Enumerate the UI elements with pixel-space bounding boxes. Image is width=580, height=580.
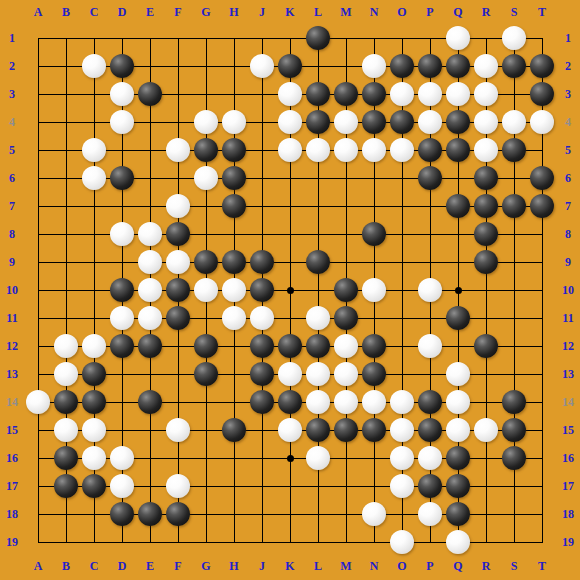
intersection-H7[interactable] bbox=[220, 192, 248, 220]
intersection-T18[interactable] bbox=[528, 500, 556, 528]
intersection-O13[interactable] bbox=[388, 360, 416, 388]
intersection-Q4[interactable] bbox=[444, 108, 472, 136]
intersection-D11[interactable] bbox=[108, 304, 136, 332]
intersection-A14[interactable] bbox=[24, 388, 52, 416]
intersection-B8[interactable] bbox=[52, 220, 80, 248]
intersection-J17[interactable] bbox=[248, 472, 276, 500]
intersection-A13[interactable] bbox=[24, 360, 52, 388]
intersection-Q3[interactable] bbox=[444, 80, 472, 108]
intersection-T13[interactable] bbox=[528, 360, 556, 388]
intersection-E2[interactable] bbox=[136, 52, 164, 80]
intersection-O3[interactable] bbox=[388, 80, 416, 108]
intersection-S9[interactable] bbox=[500, 248, 528, 276]
intersection-N11[interactable] bbox=[360, 304, 388, 332]
intersection-A17[interactable] bbox=[24, 472, 52, 500]
intersection-H10[interactable] bbox=[220, 276, 248, 304]
intersection-C19[interactable] bbox=[80, 528, 108, 556]
intersection-P18[interactable] bbox=[416, 500, 444, 528]
intersection-F3[interactable] bbox=[164, 80, 192, 108]
intersection-E11[interactable] bbox=[136, 304, 164, 332]
intersection-J13[interactable] bbox=[248, 360, 276, 388]
intersection-Q11[interactable] bbox=[444, 304, 472, 332]
intersection-C10[interactable] bbox=[80, 276, 108, 304]
intersection-C11[interactable] bbox=[80, 304, 108, 332]
intersection-H2[interactable] bbox=[220, 52, 248, 80]
intersection-F11[interactable] bbox=[164, 304, 192, 332]
intersection-Q1[interactable] bbox=[444, 24, 472, 52]
intersection-G18[interactable] bbox=[192, 500, 220, 528]
intersection-C4[interactable] bbox=[80, 108, 108, 136]
intersection-Q6[interactable] bbox=[444, 164, 472, 192]
intersection-J16[interactable] bbox=[248, 444, 276, 472]
intersection-A18[interactable] bbox=[24, 500, 52, 528]
intersection-R17[interactable] bbox=[472, 472, 500, 500]
intersection-M19[interactable] bbox=[332, 528, 360, 556]
intersection-T3[interactable] bbox=[528, 80, 556, 108]
intersection-P19[interactable] bbox=[416, 528, 444, 556]
intersection-J15[interactable] bbox=[248, 416, 276, 444]
intersection-C6[interactable] bbox=[80, 164, 108, 192]
intersection-D5[interactable] bbox=[108, 136, 136, 164]
intersection-D3[interactable] bbox=[108, 80, 136, 108]
intersection-F9[interactable] bbox=[164, 248, 192, 276]
intersection-K10[interactable] bbox=[276, 276, 304, 304]
intersection-C2[interactable] bbox=[80, 52, 108, 80]
intersection-C12[interactable] bbox=[80, 332, 108, 360]
intersection-S10[interactable] bbox=[500, 276, 528, 304]
intersection-O12[interactable] bbox=[388, 332, 416, 360]
intersection-R5[interactable] bbox=[472, 136, 500, 164]
intersection-J8[interactable] bbox=[248, 220, 276, 248]
intersection-M3[interactable] bbox=[332, 80, 360, 108]
intersection-E10[interactable] bbox=[136, 276, 164, 304]
intersection-N9[interactable] bbox=[360, 248, 388, 276]
intersection-A8[interactable] bbox=[24, 220, 52, 248]
intersection-L5[interactable] bbox=[304, 136, 332, 164]
intersection-R18[interactable] bbox=[472, 500, 500, 528]
intersection-Q9[interactable] bbox=[444, 248, 472, 276]
intersection-F12[interactable] bbox=[164, 332, 192, 360]
intersection-N4[interactable] bbox=[360, 108, 388, 136]
intersection-F1[interactable] bbox=[164, 24, 192, 52]
intersection-H15[interactable] bbox=[220, 416, 248, 444]
intersection-C15[interactable] bbox=[80, 416, 108, 444]
intersection-A6[interactable] bbox=[24, 164, 52, 192]
intersection-L9[interactable] bbox=[304, 248, 332, 276]
intersection-L2[interactable] bbox=[304, 52, 332, 80]
intersection-K7[interactable] bbox=[276, 192, 304, 220]
intersection-D1[interactable] bbox=[108, 24, 136, 52]
intersection-N16[interactable] bbox=[360, 444, 388, 472]
intersection-P9[interactable] bbox=[416, 248, 444, 276]
intersection-S16[interactable] bbox=[500, 444, 528, 472]
intersection-P14[interactable] bbox=[416, 388, 444, 416]
intersection-B15[interactable] bbox=[52, 416, 80, 444]
intersection-E13[interactable] bbox=[136, 360, 164, 388]
intersection-M11[interactable] bbox=[332, 304, 360, 332]
intersection-S2[interactable] bbox=[500, 52, 528, 80]
intersection-D12[interactable] bbox=[108, 332, 136, 360]
intersection-S18[interactable] bbox=[500, 500, 528, 528]
intersection-R9[interactable] bbox=[472, 248, 500, 276]
intersection-K19[interactable] bbox=[276, 528, 304, 556]
intersection-H8[interactable] bbox=[220, 220, 248, 248]
intersection-F18[interactable] bbox=[164, 500, 192, 528]
intersection-N15[interactable] bbox=[360, 416, 388, 444]
intersection-C18[interactable] bbox=[80, 500, 108, 528]
intersection-K13[interactable] bbox=[276, 360, 304, 388]
intersection-G8[interactable] bbox=[192, 220, 220, 248]
intersection-K6[interactable] bbox=[276, 164, 304, 192]
intersection-O8[interactable] bbox=[388, 220, 416, 248]
intersection-P15[interactable] bbox=[416, 416, 444, 444]
intersection-P17[interactable] bbox=[416, 472, 444, 500]
intersection-M13[interactable] bbox=[332, 360, 360, 388]
intersection-R10[interactable] bbox=[472, 276, 500, 304]
intersection-B9[interactable] bbox=[52, 248, 80, 276]
intersection-F15[interactable] bbox=[164, 416, 192, 444]
intersection-J12[interactable] bbox=[248, 332, 276, 360]
intersection-O6[interactable] bbox=[388, 164, 416, 192]
intersection-J9[interactable] bbox=[248, 248, 276, 276]
intersection-P12[interactable] bbox=[416, 332, 444, 360]
intersection-T9[interactable] bbox=[528, 248, 556, 276]
intersection-L7[interactable] bbox=[304, 192, 332, 220]
intersection-M1[interactable] bbox=[332, 24, 360, 52]
intersection-S7[interactable] bbox=[500, 192, 528, 220]
intersection-B19[interactable] bbox=[52, 528, 80, 556]
intersection-Q15[interactable] bbox=[444, 416, 472, 444]
intersection-R14[interactable] bbox=[472, 388, 500, 416]
intersection-T12[interactable] bbox=[528, 332, 556, 360]
intersection-N17[interactable] bbox=[360, 472, 388, 500]
intersection-F2[interactable] bbox=[164, 52, 192, 80]
intersection-P3[interactable] bbox=[416, 80, 444, 108]
intersection-N14[interactable] bbox=[360, 388, 388, 416]
intersection-L13[interactable] bbox=[304, 360, 332, 388]
intersection-R6[interactable] bbox=[472, 164, 500, 192]
intersection-A9[interactable] bbox=[24, 248, 52, 276]
intersection-S8[interactable] bbox=[500, 220, 528, 248]
intersection-K14[interactable] bbox=[276, 388, 304, 416]
intersection-M16[interactable] bbox=[332, 444, 360, 472]
intersection-G14[interactable] bbox=[192, 388, 220, 416]
intersection-P11[interactable] bbox=[416, 304, 444, 332]
intersection-G10[interactable] bbox=[192, 276, 220, 304]
intersection-H12[interactable] bbox=[220, 332, 248, 360]
intersection-B7[interactable] bbox=[52, 192, 80, 220]
intersection-G2[interactable] bbox=[192, 52, 220, 80]
intersection-B6[interactable] bbox=[52, 164, 80, 192]
intersection-T14[interactable] bbox=[528, 388, 556, 416]
intersection-J2[interactable] bbox=[248, 52, 276, 80]
intersection-P4[interactable] bbox=[416, 108, 444, 136]
intersection-H16[interactable] bbox=[220, 444, 248, 472]
intersection-H1[interactable] bbox=[220, 24, 248, 52]
intersection-T19[interactable] bbox=[528, 528, 556, 556]
intersection-T11[interactable] bbox=[528, 304, 556, 332]
intersection-M4[interactable] bbox=[332, 108, 360, 136]
intersection-S1[interactable] bbox=[500, 24, 528, 52]
intersection-C5[interactable] bbox=[80, 136, 108, 164]
intersection-T16[interactable] bbox=[528, 444, 556, 472]
intersection-N18[interactable] bbox=[360, 500, 388, 528]
intersection-F8[interactable] bbox=[164, 220, 192, 248]
intersection-E17[interactable] bbox=[136, 472, 164, 500]
intersection-M15[interactable] bbox=[332, 416, 360, 444]
intersection-P7[interactable] bbox=[416, 192, 444, 220]
intersection-C1[interactable] bbox=[80, 24, 108, 52]
intersection-L4[interactable] bbox=[304, 108, 332, 136]
intersection-D19[interactable] bbox=[108, 528, 136, 556]
intersection-F5[interactable] bbox=[164, 136, 192, 164]
intersection-T8[interactable] bbox=[528, 220, 556, 248]
intersection-O10[interactable] bbox=[388, 276, 416, 304]
intersection-J11[interactable] bbox=[248, 304, 276, 332]
intersection-L18[interactable] bbox=[304, 500, 332, 528]
intersection-H3[interactable] bbox=[220, 80, 248, 108]
intersection-H17[interactable] bbox=[220, 472, 248, 500]
intersection-M6[interactable] bbox=[332, 164, 360, 192]
intersection-S5[interactable] bbox=[500, 136, 528, 164]
intersection-Q10[interactable] bbox=[444, 276, 472, 304]
intersection-Q12[interactable] bbox=[444, 332, 472, 360]
intersection-G15[interactable] bbox=[192, 416, 220, 444]
intersection-L15[interactable] bbox=[304, 416, 332, 444]
intersection-P8[interactable] bbox=[416, 220, 444, 248]
intersection-B11[interactable] bbox=[52, 304, 80, 332]
intersection-D7[interactable] bbox=[108, 192, 136, 220]
intersection-Q2[interactable] bbox=[444, 52, 472, 80]
intersection-G3[interactable] bbox=[192, 80, 220, 108]
intersection-A10[interactable] bbox=[24, 276, 52, 304]
intersection-E15[interactable] bbox=[136, 416, 164, 444]
intersection-F16[interactable] bbox=[164, 444, 192, 472]
intersection-S11[interactable] bbox=[500, 304, 528, 332]
intersection-J3[interactable] bbox=[248, 80, 276, 108]
intersection-L17[interactable] bbox=[304, 472, 332, 500]
intersection-H13[interactable] bbox=[220, 360, 248, 388]
intersection-L6[interactable] bbox=[304, 164, 332, 192]
intersection-T10[interactable] bbox=[528, 276, 556, 304]
intersection-P6[interactable] bbox=[416, 164, 444, 192]
intersection-F13[interactable] bbox=[164, 360, 192, 388]
intersection-Q16[interactable] bbox=[444, 444, 472, 472]
intersection-M17[interactable] bbox=[332, 472, 360, 500]
intersection-S13[interactable] bbox=[500, 360, 528, 388]
intersection-S14[interactable] bbox=[500, 388, 528, 416]
intersection-F19[interactable] bbox=[164, 528, 192, 556]
intersection-G13[interactable] bbox=[192, 360, 220, 388]
intersection-K8[interactable] bbox=[276, 220, 304, 248]
intersection-K16[interactable] bbox=[276, 444, 304, 472]
intersection-M14[interactable] bbox=[332, 388, 360, 416]
intersection-P13[interactable] bbox=[416, 360, 444, 388]
intersection-B12[interactable] bbox=[52, 332, 80, 360]
intersection-K15[interactable] bbox=[276, 416, 304, 444]
intersection-T6[interactable] bbox=[528, 164, 556, 192]
intersection-P5[interactable] bbox=[416, 136, 444, 164]
intersection-R8[interactable] bbox=[472, 220, 500, 248]
intersection-D10[interactable] bbox=[108, 276, 136, 304]
intersection-H9[interactable] bbox=[220, 248, 248, 276]
intersection-G12[interactable] bbox=[192, 332, 220, 360]
intersection-P10[interactable] bbox=[416, 276, 444, 304]
intersection-L1[interactable] bbox=[304, 24, 332, 52]
intersection-G17[interactable] bbox=[192, 472, 220, 500]
intersection-K11[interactable] bbox=[276, 304, 304, 332]
intersection-O19[interactable] bbox=[388, 528, 416, 556]
intersection-F17[interactable] bbox=[164, 472, 192, 500]
intersection-E6[interactable] bbox=[136, 164, 164, 192]
intersection-C9[interactable] bbox=[80, 248, 108, 276]
intersection-C7[interactable] bbox=[80, 192, 108, 220]
intersection-H4[interactable] bbox=[220, 108, 248, 136]
intersection-T7[interactable] bbox=[528, 192, 556, 220]
intersection-C8[interactable] bbox=[80, 220, 108, 248]
intersection-J5[interactable] bbox=[248, 136, 276, 164]
intersection-O17[interactable] bbox=[388, 472, 416, 500]
intersection-C14[interactable] bbox=[80, 388, 108, 416]
intersection-L14[interactable] bbox=[304, 388, 332, 416]
intersection-A11[interactable] bbox=[24, 304, 52, 332]
intersection-E16[interactable] bbox=[136, 444, 164, 472]
intersection-J4[interactable] bbox=[248, 108, 276, 136]
intersection-R15[interactable] bbox=[472, 416, 500, 444]
intersection-S15[interactable] bbox=[500, 416, 528, 444]
intersection-H19[interactable] bbox=[220, 528, 248, 556]
intersection-O2[interactable] bbox=[388, 52, 416, 80]
intersection-H14[interactable] bbox=[220, 388, 248, 416]
intersection-H11[interactable] bbox=[220, 304, 248, 332]
intersection-O15[interactable] bbox=[388, 416, 416, 444]
intersection-N5[interactable] bbox=[360, 136, 388, 164]
intersection-C17[interactable] bbox=[80, 472, 108, 500]
intersection-O9[interactable] bbox=[388, 248, 416, 276]
intersection-T2[interactable] bbox=[528, 52, 556, 80]
intersection-D17[interactable] bbox=[108, 472, 136, 500]
intersection-J7[interactable] bbox=[248, 192, 276, 220]
intersection-R1[interactable] bbox=[472, 24, 500, 52]
intersection-B10[interactable] bbox=[52, 276, 80, 304]
intersection-T17[interactable] bbox=[528, 472, 556, 500]
intersection-R12[interactable] bbox=[472, 332, 500, 360]
intersection-F14[interactable] bbox=[164, 388, 192, 416]
intersection-B4[interactable] bbox=[52, 108, 80, 136]
intersection-K5[interactable] bbox=[276, 136, 304, 164]
intersection-N2[interactable] bbox=[360, 52, 388, 80]
intersection-T4[interactable] bbox=[528, 108, 556, 136]
intersection-J1[interactable] bbox=[248, 24, 276, 52]
intersection-S3[interactable] bbox=[500, 80, 528, 108]
intersection-D14[interactable] bbox=[108, 388, 136, 416]
intersection-R3[interactable] bbox=[472, 80, 500, 108]
intersection-C13[interactable] bbox=[80, 360, 108, 388]
intersection-B16[interactable] bbox=[52, 444, 80, 472]
intersection-N12[interactable] bbox=[360, 332, 388, 360]
intersection-R11[interactable] bbox=[472, 304, 500, 332]
intersection-O1[interactable] bbox=[388, 24, 416, 52]
intersection-E9[interactable] bbox=[136, 248, 164, 276]
intersection-R4[interactable] bbox=[472, 108, 500, 136]
intersection-E12[interactable] bbox=[136, 332, 164, 360]
intersection-O5[interactable] bbox=[388, 136, 416, 164]
intersection-L11[interactable] bbox=[304, 304, 332, 332]
intersection-K9[interactable] bbox=[276, 248, 304, 276]
intersection-A7[interactable] bbox=[24, 192, 52, 220]
intersection-Q13[interactable] bbox=[444, 360, 472, 388]
intersection-S17[interactable] bbox=[500, 472, 528, 500]
intersection-L19[interactable] bbox=[304, 528, 332, 556]
intersection-O11[interactable] bbox=[388, 304, 416, 332]
intersection-R2[interactable] bbox=[472, 52, 500, 80]
intersection-E1[interactable] bbox=[136, 24, 164, 52]
intersection-J6[interactable] bbox=[248, 164, 276, 192]
intersection-B13[interactable] bbox=[52, 360, 80, 388]
intersection-N3[interactable] bbox=[360, 80, 388, 108]
intersection-Q19[interactable] bbox=[444, 528, 472, 556]
intersection-K2[interactable] bbox=[276, 52, 304, 80]
intersection-E4[interactable] bbox=[136, 108, 164, 136]
intersection-D9[interactable] bbox=[108, 248, 136, 276]
intersection-L12[interactable] bbox=[304, 332, 332, 360]
intersection-T15[interactable] bbox=[528, 416, 556, 444]
intersection-E7[interactable] bbox=[136, 192, 164, 220]
intersection-O14[interactable] bbox=[388, 388, 416, 416]
intersection-D15[interactable] bbox=[108, 416, 136, 444]
intersection-N13[interactable] bbox=[360, 360, 388, 388]
intersection-R19[interactable] bbox=[472, 528, 500, 556]
intersection-K18[interactable] bbox=[276, 500, 304, 528]
intersection-G1[interactable] bbox=[192, 24, 220, 52]
intersection-C16[interactable] bbox=[80, 444, 108, 472]
intersection-O18[interactable] bbox=[388, 500, 416, 528]
intersection-Q18[interactable] bbox=[444, 500, 472, 528]
intersection-J14[interactable] bbox=[248, 388, 276, 416]
intersection-A12[interactable] bbox=[24, 332, 52, 360]
intersection-L3[interactable] bbox=[304, 80, 332, 108]
intersection-N6[interactable] bbox=[360, 164, 388, 192]
intersection-T1[interactable] bbox=[528, 24, 556, 52]
intersection-A19[interactable] bbox=[24, 528, 52, 556]
intersection-K4[interactable] bbox=[276, 108, 304, 136]
intersection-G9[interactable] bbox=[192, 248, 220, 276]
intersection-M8[interactable] bbox=[332, 220, 360, 248]
intersection-K17[interactable] bbox=[276, 472, 304, 500]
intersection-A2[interactable] bbox=[24, 52, 52, 80]
intersection-E18[interactable] bbox=[136, 500, 164, 528]
intersection-A3[interactable] bbox=[24, 80, 52, 108]
intersection-G19[interactable] bbox=[192, 528, 220, 556]
intersection-D2[interactable] bbox=[108, 52, 136, 80]
intersection-E5[interactable] bbox=[136, 136, 164, 164]
intersection-J19[interactable] bbox=[248, 528, 276, 556]
intersection-O7[interactable] bbox=[388, 192, 416, 220]
intersection-E14[interactable] bbox=[136, 388, 164, 416]
intersection-M2[interactable] bbox=[332, 52, 360, 80]
intersection-S12[interactable] bbox=[500, 332, 528, 360]
intersection-N7[interactable] bbox=[360, 192, 388, 220]
intersection-Q17[interactable] bbox=[444, 472, 472, 500]
intersection-J10[interactable] bbox=[248, 276, 276, 304]
intersection-G6[interactable] bbox=[192, 164, 220, 192]
intersection-F4[interactable] bbox=[164, 108, 192, 136]
intersection-L16[interactable] bbox=[304, 444, 332, 472]
intersection-D16[interactable] bbox=[108, 444, 136, 472]
intersection-P1[interactable] bbox=[416, 24, 444, 52]
intersection-M9[interactable] bbox=[332, 248, 360, 276]
intersection-D13[interactable] bbox=[108, 360, 136, 388]
